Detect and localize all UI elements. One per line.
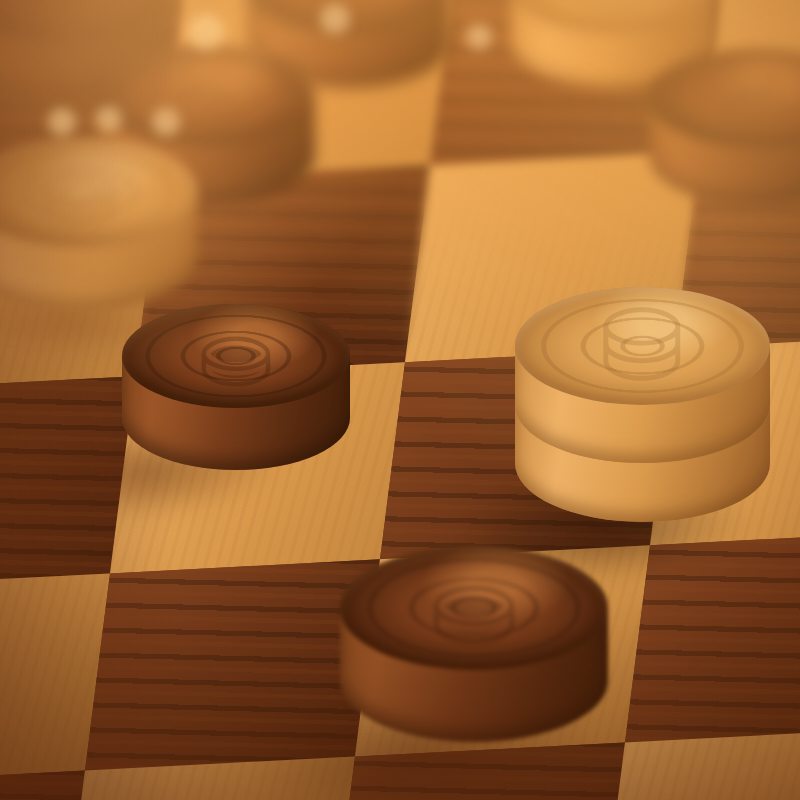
checker-dark-man[interactable]: ⛂ bbox=[340, 546, 608, 742]
board-photo: ⛂⛂⛂⛀⛂⛀⛂⛁⛂ bbox=[0, 0, 800, 800]
piece-top-face: ⛁ bbox=[515, 287, 770, 404]
checker-glyph: ⛂ bbox=[649, 48, 800, 147]
piece-top-face: ⛂ bbox=[649, 48, 800, 147]
piece-top-face: ⛂ bbox=[340, 546, 608, 669]
square-c5r5 bbox=[625, 531, 800, 742]
checker-glyph: ⛀ bbox=[510, 0, 715, 33]
piece-top-face: ⛂ bbox=[246, 0, 451, 33]
checker-glyph: ⛂ bbox=[340, 546, 608, 669]
checker-light-man[interactable]: ⛀ bbox=[0, 138, 198, 310]
checker-glyph: ⛂ bbox=[246, 0, 451, 33]
checker-glyph: ⛂ bbox=[122, 304, 350, 409]
checker-dark-man[interactable]: ⛂ bbox=[649, 48, 800, 205]
piece-top-face: ⛂ bbox=[122, 304, 350, 409]
checker-dark-man[interactable]: ⛂ bbox=[122, 304, 350, 470]
square-c2r6 bbox=[0, 770, 85, 800]
piece-top-face: ⛂ bbox=[95, 44, 315, 145]
checker-glyph: ⛂ bbox=[95, 44, 315, 145]
piece-top-face: ⛂ bbox=[0, 0, 170, 42]
square-c3r5 bbox=[85, 559, 380, 770]
piece-top-face: ⛀ bbox=[510, 0, 715, 33]
checker-light-king-top-disc[interactable]: ⛁ bbox=[515, 287, 770, 463]
checker-glyph: ⛁ bbox=[515, 287, 770, 404]
checker-glyph: ⛂ bbox=[0, 0, 170, 42]
piece-top-face: ⛀ bbox=[0, 138, 198, 246]
checker-glyph: ⛀ bbox=[0, 138, 198, 246]
